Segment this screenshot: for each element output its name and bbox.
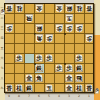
file-label: 7 [24, 94, 34, 99]
rank-label: 八 [0, 73, 4, 83]
file-label: 3 [64, 94, 74, 99]
rank-label: 四 [0, 33, 4, 43]
rank-label: 九 [0, 83, 4, 93]
rank-label: 六 [0, 53, 4, 63]
shogi-board[interactable]: 香桂金金銀桂香飛玉歩銀歩歩歩角歩歩歩歩歩歩銀歩歩銀金角金飛香桂銀玉金桂香 [4, 3, 94, 93]
sente-hand-stand [94, 0, 100, 100]
star-point [34, 63, 36, 65]
star-point [64, 63, 66, 65]
rank-label: 七 [0, 63, 4, 73]
shogi-app: 香桂金金銀桂香飛玉歩銀歩歩歩角歩歩歩歩歩歩銀歩歩銀金角金飛香桂銀玉金桂香 一二三… [0, 0, 100, 100]
rank-label: 五 [0, 43, 4, 53]
file-label: 8 [14, 94, 24, 99]
rank-label: 三 [0, 23, 4, 33]
file-label: 1 [84, 94, 94, 99]
file-label: 6 [34, 94, 44, 99]
file-label: 2 [74, 94, 84, 99]
file-label: 9 [4, 94, 14, 99]
file-label: 4 [54, 94, 64, 99]
star-point [64, 33, 66, 35]
file-label: 5 [44, 94, 54, 99]
